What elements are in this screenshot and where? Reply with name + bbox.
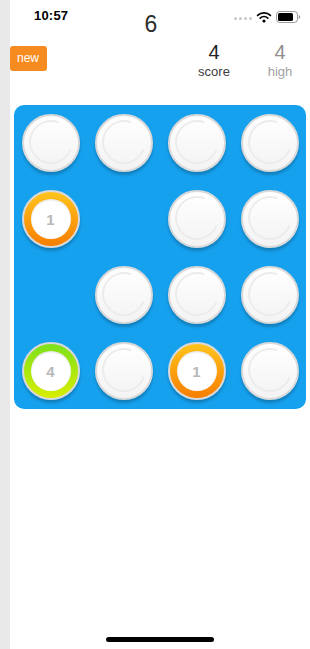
empty-plate	[168, 190, 226, 248]
board-cell-r1c1[interactable]	[14, 105, 87, 181]
home-indicator[interactable]	[106, 637, 214, 642]
empty-plate	[241, 114, 299, 172]
empty-plate	[241, 342, 299, 400]
high-score-value: 4	[260, 41, 300, 63]
game-board: 141	[14, 105, 306, 409]
empty-plate	[168, 114, 226, 172]
score-block: 4 score	[194, 41, 234, 79]
board-cell-r2c1[interactable]: 1	[14, 181, 87, 257]
empty-plate	[168, 266, 226, 324]
scoreboard: 4 score 4 high	[194, 41, 300, 79]
number-disc-1: 1	[168, 342, 226, 400]
high-score-block: 4 high	[260, 41, 300, 79]
number-disc-1: 1	[22, 190, 80, 248]
board-cell-r3c3[interactable]	[160, 257, 233, 333]
disc-value: 4	[31, 351, 71, 391]
disc-value: 1	[31, 199, 71, 239]
board-cell-r2c2[interactable]	[87, 181, 160, 257]
board-cell-r3c2[interactable]	[87, 257, 160, 333]
board-cell-r4c3[interactable]: 1	[160, 333, 233, 409]
app-screen: 10:57 6 new 4 score	[10, 0, 310, 649]
score-label: score	[194, 64, 234, 79]
empty-plate	[95, 114, 153, 172]
empty-plate	[95, 342, 153, 400]
empty-plate	[22, 114, 80, 172]
board-cell-r1c2[interactable]	[87, 105, 160, 181]
number-disc-4: 4	[22, 342, 80, 400]
board-cell-r3c1[interactable]	[14, 257, 87, 333]
empty-plate	[95, 266, 153, 324]
board-cell-r1c4[interactable]	[233, 105, 306, 181]
board-cell-r2c3[interactable]	[160, 181, 233, 257]
score-value: 4	[194, 41, 234, 63]
next-number-indicator: 6	[10, 11, 292, 38]
board-cell-r4c1[interactable]: 4	[14, 333, 87, 409]
board-cell-r3c4[interactable]	[233, 257, 306, 333]
disc-value: 1	[177, 351, 217, 391]
board-cell-r2c4[interactable]	[233, 181, 306, 257]
board-cell-r4c4[interactable]	[233, 333, 306, 409]
board-cell-r4c2[interactable]	[87, 333, 160, 409]
empty-plate	[241, 190, 299, 248]
high-score-label: high	[260, 64, 300, 79]
board-cell-r1c3[interactable]	[160, 105, 233, 181]
new-game-button[interactable]: new	[10, 46, 47, 71]
empty-plate	[241, 266, 299, 324]
